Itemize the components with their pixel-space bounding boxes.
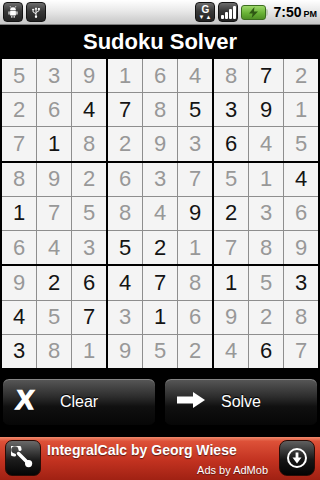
solve-button-label: Solve bbox=[221, 393, 261, 411]
sudoku-cell-r3c1[interactable]: 7 bbox=[2, 127, 36, 160]
sudoku-cell-r9c8[interactable]: 6 bbox=[249, 335, 283, 368]
sudoku-cell-r5c7[interactable]: 2 bbox=[214, 197, 248, 230]
sudoku-cell-r2c5[interactable]: 8 bbox=[143, 93, 177, 126]
sudoku-cell-r5c2[interactable]: 7 bbox=[37, 197, 71, 230]
sudoku-cell-r8c5[interactable]: 1 bbox=[143, 301, 177, 334]
sudoku-cell-r9c7[interactable]: 4 bbox=[214, 335, 248, 368]
sudoku-cell-r7c6[interactable]: 8 bbox=[178, 266, 212, 299]
download-icon[interactable] bbox=[279, 440, 315, 476]
status-bar: G ▼▲ 7:50 PM bbox=[0, 0, 320, 25]
sudoku-box: 153928467 bbox=[214, 266, 318, 368]
sudoku-cell-r4c1[interactable]: 8 bbox=[2, 163, 36, 196]
sudoku-cell-r3c5[interactable]: 9 bbox=[143, 127, 177, 160]
phone-screen: G ▼▲ 7:50 PM Sudoku Solver 539264718 164… bbox=[0, 0, 320, 480]
sudoku-cell-r7c2[interactable]: 2 bbox=[37, 266, 71, 299]
sudoku-cell-r5c3[interactable]: 5 bbox=[72, 197, 106, 230]
sudoku-cell-r1c5[interactable]: 6 bbox=[143, 59, 177, 92]
sudoku-cell-r2c1[interactable]: 2 bbox=[2, 93, 36, 126]
sudoku-cell-r8c9[interactable]: 8 bbox=[284, 301, 318, 334]
sudoku-cell-r1c3[interactable]: 9 bbox=[72, 59, 106, 92]
sudoku-cell-r6c2[interactable]: 4 bbox=[37, 231, 71, 264]
sudoku-cell-r4c8[interactable]: 1 bbox=[249, 163, 283, 196]
sudoku-box: 514236789 bbox=[214, 163, 318, 265]
sudoku-cell-r1c8[interactable]: 7 bbox=[249, 59, 283, 92]
gprs-arrows: ▼▲ bbox=[199, 14, 213, 20]
sudoku-cell-r9c5[interactable]: 5 bbox=[143, 335, 177, 368]
sudoku-cell-r2c6[interactable]: 5 bbox=[178, 93, 212, 126]
sudoku-cell-r3c4[interactable]: 2 bbox=[108, 127, 142, 160]
solve-button[interactable]: Solve bbox=[164, 378, 318, 426]
sudoku-box: 164785293 bbox=[108, 59, 212, 161]
sudoku-cell-r4c7[interactable]: 5 bbox=[214, 163, 248, 196]
sudoku-cell-r6c1[interactable]: 6 bbox=[2, 231, 36, 264]
sudoku-cell-r9c4[interactable]: 9 bbox=[108, 335, 142, 368]
sudoku-cell-r8c6[interactable]: 6 bbox=[178, 301, 212, 334]
sudoku-cell-r8c1[interactable]: 4 bbox=[2, 301, 36, 334]
sudoku-cell-r3c3[interactable]: 8 bbox=[72, 127, 106, 160]
sudoku-cell-r5c5[interactable]: 4 bbox=[143, 197, 177, 230]
button-row: X Clear Solve bbox=[0, 378, 320, 426]
sudoku-cell-r7c5[interactable]: 7 bbox=[143, 266, 177, 299]
sudoku-cell-r5c6[interactable]: 9 bbox=[178, 197, 212, 230]
sudoku-cell-r6c8[interactable]: 8 bbox=[249, 231, 283, 264]
signal-strength-icon bbox=[218, 2, 238, 22]
sudoku-box: 539264718 bbox=[2, 59, 106, 161]
clear-x-icon: X bbox=[14, 385, 35, 416]
title-bar: Sudoku Solver bbox=[0, 25, 320, 58]
sudoku-cell-r3c2[interactable]: 1 bbox=[37, 127, 71, 160]
sudoku-cell-r8c7[interactable]: 9 bbox=[214, 301, 248, 334]
sudoku-cell-r9c3[interactable]: 1 bbox=[72, 335, 106, 368]
sudoku-cell-r1c2[interactable]: 3 bbox=[37, 59, 71, 92]
sudoku-cell-r3c9[interactable]: 5 bbox=[284, 127, 318, 160]
sudoku-cell-r7c1[interactable]: 9 bbox=[2, 266, 36, 299]
sudoku-cell-r9c2[interactable]: 8 bbox=[37, 335, 71, 368]
wrench-icon bbox=[5, 440, 41, 476]
sudoku-cell-r6c6[interactable]: 1 bbox=[178, 231, 212, 264]
sudoku-cell-r5c4[interactable]: 8 bbox=[108, 197, 142, 230]
sudoku-cell-r5c8[interactable]: 3 bbox=[249, 197, 283, 230]
sudoku-cell-r9c1[interactable]: 3 bbox=[2, 335, 36, 368]
sudoku-cell-r1c7[interactable]: 8 bbox=[214, 59, 248, 92]
sudoku-cell-r8c2[interactable]: 5 bbox=[37, 301, 71, 334]
sudoku-box: 637849521 bbox=[108, 163, 212, 265]
ad-banner[interactable]: IntegralCalc by Georg Wiese Ads by AdMob bbox=[0, 437, 320, 480]
sudoku-cell-r7c8[interactable]: 5 bbox=[249, 266, 283, 299]
sudoku-box: 926457381 bbox=[2, 266, 106, 368]
clock: 7:50 PM bbox=[273, 4, 317, 20]
sudoku-cell-r6c9[interactable]: 9 bbox=[284, 231, 318, 264]
sudoku-cell-r9c6[interactable]: 2 bbox=[178, 335, 212, 368]
sudoku-cell-r7c7[interactable]: 1 bbox=[214, 266, 248, 299]
sudoku-cell-r8c3[interactable]: 7 bbox=[72, 301, 106, 334]
sudoku-cell-r1c6[interactable]: 4 bbox=[178, 59, 212, 92]
sudoku-cell-r8c4[interactable]: 3 bbox=[108, 301, 142, 334]
ad-title: IntegralCalc by Georg Wiese bbox=[47, 442, 237, 458]
battery-charging-icon bbox=[241, 5, 266, 20]
sudoku-cell-r7c3[interactable]: 6 bbox=[72, 266, 106, 299]
sudoku-cell-r1c9[interactable]: 2 bbox=[284, 59, 318, 92]
sudoku-cell-r4c6[interactable]: 7 bbox=[178, 163, 212, 196]
sudoku-cell-r4c5[interactable]: 3 bbox=[143, 163, 177, 196]
sudoku-cell-r5c1[interactable]: 1 bbox=[2, 197, 36, 230]
sudoku-cell-r2c3[interactable]: 4 bbox=[72, 93, 106, 126]
sudoku-cell-r2c8[interactable]: 9 bbox=[249, 93, 283, 126]
sudoku-box: 872391645 bbox=[214, 59, 318, 161]
sudoku-cell-r9c9[interactable]: 7 bbox=[284, 335, 318, 368]
gprs-data-icon: G ▼▲ bbox=[195, 2, 215, 22]
sudoku-box: 478316952 bbox=[108, 266, 212, 368]
sudoku-cell-r2c7[interactable]: 3 bbox=[214, 93, 248, 126]
clear-button-label: Clear bbox=[60, 393, 98, 411]
sudoku-cell-r6c4[interactable]: 5 bbox=[108, 231, 142, 264]
page-title: Sudoku Solver bbox=[83, 29, 237, 55]
usb-icon bbox=[26, 2, 46, 22]
sudoku-cell-r4c3[interactable]: 2 bbox=[72, 163, 106, 196]
solve-arrow-icon bbox=[175, 391, 207, 413]
sudoku-cell-r8c8[interactable]: 2 bbox=[249, 301, 283, 334]
sudoku-cell-r1c1[interactable]: 5 bbox=[2, 59, 36, 92]
clear-button[interactable]: X Clear bbox=[2, 378, 156, 426]
sudoku-cell-r3c7[interactable]: 6 bbox=[214, 127, 248, 160]
sudoku-cell-r7c9[interactable]: 3 bbox=[284, 266, 318, 299]
sudoku-cell-r2c4[interactable]: 7 bbox=[108, 93, 142, 126]
sudoku-cell-r3c6[interactable]: 3 bbox=[178, 127, 212, 160]
ad-attribution: Ads by AdMob bbox=[197, 464, 268, 476]
sudoku-cell-r2c9[interactable]: 1 bbox=[284, 93, 318, 126]
sudoku-cell-r2c2[interactable]: 6 bbox=[37, 93, 71, 126]
sudoku-cell-r6c3[interactable]: 3 bbox=[72, 231, 106, 264]
sudoku-cell-r3c8[interactable]: 4 bbox=[249, 127, 283, 160]
android-debug-icon bbox=[3, 2, 23, 22]
sudoku-cell-r4c2[interactable]: 9 bbox=[37, 163, 71, 196]
sudoku-cell-r7c4[interactable]: 4 bbox=[108, 266, 142, 299]
sudoku-cell-r4c9[interactable]: 4 bbox=[284, 163, 318, 196]
sudoku-cell-r6c7[interactable]: 7 bbox=[214, 231, 248, 264]
sudoku-cell-r5c9[interactable]: 6 bbox=[284, 197, 318, 230]
sudoku-grid: 539264718 164785293 872391645 892175643 … bbox=[0, 58, 320, 370]
sudoku-box: 892175643 bbox=[2, 163, 106, 265]
sudoku-cell-r4c4[interactable]: 6 bbox=[108, 163, 142, 196]
sudoku-cell-r6c5[interactable]: 2 bbox=[143, 231, 177, 264]
sudoku-cell-r1c4[interactable]: 1 bbox=[108, 59, 142, 92]
